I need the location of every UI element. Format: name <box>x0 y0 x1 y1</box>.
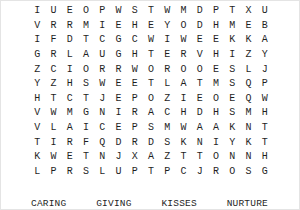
grid-cell[interactable]: Z <box>45 77 61 92</box>
grid-cell[interactable]: M <box>224 19 240 34</box>
grid-cell[interactable]: P <box>257 77 273 92</box>
grid-cell[interactable]: S <box>143 121 159 136</box>
grid-cell[interactable]: N <box>94 106 110 121</box>
grid-cell[interactable]: Z <box>240 48 256 63</box>
grid-cell[interactable]: K <box>224 33 240 48</box>
grid-cell[interactable]: R <box>94 62 110 77</box>
grid-cell[interactable]: I <box>78 121 94 136</box>
grid-cell[interactable]: S <box>224 77 240 92</box>
grid-cell[interactable]: C <box>94 33 110 48</box>
grid-cell[interactable]: S <box>78 77 94 92</box>
letter-grid: IUEOPWSTWMDPTXUVRRMIEHEYODHMEBIFDTCGCWIW… <box>29 4 273 179</box>
grid-cell[interactable]: A <box>143 150 159 165</box>
grid-cell[interactable]: R <box>45 48 61 63</box>
grid-cell[interactable]: D <box>192 19 208 34</box>
grid-cell[interactable]: L <box>159 77 175 92</box>
grid-cell[interactable]: H <box>257 150 273 165</box>
grid-cell[interactable]: H <box>257 106 273 121</box>
grid-cell[interactable]: I <box>29 33 45 48</box>
grid-cell[interactable]: E <box>208 33 224 48</box>
grid-cell[interactable]: M <box>78 19 94 34</box>
grid-cell[interactable]: N <box>240 150 256 165</box>
grid-cell[interactable]: I <box>224 48 240 63</box>
grid-cell[interactable]: T <box>143 4 159 19</box>
grid-cell[interactable]: F <box>78 135 94 150</box>
grid-cell[interactable]: W <box>175 121 191 136</box>
grid-cell[interactable]: I <box>29 4 45 19</box>
grid-cell[interactable]: J <box>94 91 110 106</box>
grid-cell[interactable]: L <box>29 164 45 179</box>
grid-cell[interactable]: H <box>29 91 45 106</box>
grid-cell[interactable]: K <box>29 150 45 165</box>
grid-cell[interactable]: R <box>175 48 191 63</box>
grid-cell[interactable]: R <box>127 106 143 121</box>
grid-cell[interactable]: G <box>110 33 126 48</box>
grid-cell[interactable]: O <box>208 91 224 106</box>
grid-cell[interactable]: F <box>45 33 61 48</box>
grid-cell[interactable]: S <box>240 164 256 179</box>
grid-cell[interactable]: H <box>62 77 78 92</box>
grid-cell[interactable]: L <box>62 48 78 63</box>
grid-cell[interactable]: M <box>159 121 175 136</box>
grid-cell[interactable]: M <box>240 106 256 121</box>
grid-cell[interactable]: W <box>159 4 175 19</box>
grid-cell[interactable]: C <box>62 91 78 106</box>
grid-cell[interactable]: V <box>192 48 208 63</box>
grid-cell[interactable]: N <box>240 121 256 136</box>
grid-cell[interactable]: O <box>192 62 208 77</box>
grid-cell[interactable]: O <box>175 62 191 77</box>
grid-cell[interactable]: E <box>110 77 126 92</box>
grid-cell[interactable]: P <box>45 164 61 179</box>
grid-cell[interactable]: S <box>224 62 240 77</box>
grid-cell[interactable]: X <box>127 150 143 165</box>
grid-cell[interactable]: T <box>224 4 240 19</box>
grid-cell[interactable]: T <box>257 135 273 150</box>
grid-cell[interactable]: U <box>94 48 110 63</box>
grid-cell[interactable]: P <box>94 4 110 19</box>
grid-cell[interactable]: T <box>143 77 159 92</box>
grid-cell[interactable]: A <box>78 48 94 63</box>
grid-cell[interactable]: G <box>257 164 273 179</box>
grid-cell[interactable]: G <box>29 48 45 63</box>
grid-cell[interactable]: M <box>208 77 224 92</box>
grid-cell[interactable]: E <box>192 91 208 106</box>
grid-cell[interactable]: W <box>175 33 191 48</box>
grid-cell[interactable]: R <box>127 135 143 150</box>
grid-cell[interactable]: W <box>45 150 61 165</box>
grid-cell[interactable]: S <box>224 106 240 121</box>
grid-cell[interactable]: M <box>175 4 191 19</box>
grid-cell[interactable]: N <box>192 135 208 150</box>
word-search-page: IUEOPWSTWMDPTXUVRRMIEHEYODHMEBIFDTCGCWIW… <box>0 0 300 210</box>
grid-cell[interactable]: E <box>62 150 78 165</box>
grid-cell[interactable]: R <box>62 135 78 150</box>
grid-cell[interactable]: J <box>192 164 208 179</box>
grid-cell[interactable]: H <box>175 106 191 121</box>
grid-cell[interactable]: I <box>159 33 175 48</box>
grid-cell[interactable]: O <box>143 62 159 77</box>
grid-cell[interactable]: O <box>78 62 94 77</box>
grid-cell[interactable]: N <box>94 150 110 165</box>
grid-cell[interactable]: T <box>45 91 61 106</box>
grid-cell[interactable]: S <box>78 164 94 179</box>
grid-cell[interactable]: Z <box>159 150 175 165</box>
grid-cell[interactable]: T <box>78 150 94 165</box>
grid-cell[interactable]: T <box>29 135 45 150</box>
grid-cell[interactable]: C <box>94 121 110 136</box>
grid-cell[interactable]: W <box>94 77 110 92</box>
grid-cell[interactable]: M <box>62 106 78 121</box>
grid-cell[interactable]: H <box>208 19 224 34</box>
grid-cell[interactable]: V <box>29 106 45 121</box>
grid-cell[interactable]: P <box>127 91 143 106</box>
grid-cell[interactable]: Z <box>159 91 175 106</box>
grid-cell[interactable]: H <box>127 48 143 63</box>
grid-cell[interactable]: R <box>62 164 78 179</box>
grid-cell[interactable]: T <box>143 164 159 179</box>
grid-cell[interactable]: Q <box>94 135 110 150</box>
grid-cell[interactable]: R <box>110 62 126 77</box>
grid-cell[interactable]: L <box>45 121 61 136</box>
grid-cell[interactable]: D <box>192 4 208 19</box>
grid-cell[interactable]: O <box>143 91 159 106</box>
grid-cell[interactable]: Z <box>29 62 45 77</box>
grid-cell[interactable]: O <box>78 4 94 19</box>
grid-cell[interactable]: P <box>127 121 143 136</box>
grid-cell[interactable]: O <box>175 19 191 34</box>
grid-cell[interactable]: W <box>45 106 61 121</box>
grid-cell[interactable]: T <box>192 77 208 92</box>
grid-cell[interactable]: K <box>224 121 240 136</box>
word-list-item: CARING <box>31 198 66 209</box>
grid-cell[interactable]: U <box>110 164 126 179</box>
grid-cell[interactable]: A <box>175 77 191 92</box>
grid-cell[interactable]: A <box>192 121 208 136</box>
grid-cell[interactable]: H <box>127 19 143 34</box>
grid-cell[interactable]: A <box>208 121 224 136</box>
grid-cell[interactable]: R <box>45 19 61 34</box>
grid-cell[interactable]: E <box>208 62 224 77</box>
grid-cell[interactable]: T <box>257 121 273 136</box>
grid-cell[interactable]: E <box>224 91 240 106</box>
grid-cell[interactable]: W <box>127 62 143 77</box>
grid-cell[interactable]: Q <box>240 91 256 106</box>
grid-cell[interactable]: R <box>159 62 175 77</box>
grid-cell[interactable]: E <box>192 33 208 48</box>
grid-cell[interactable]: A <box>62 121 78 136</box>
grid-cell[interactable]: J <box>257 62 273 77</box>
grid-cell[interactable]: W <box>110 4 126 19</box>
grid-cell[interactable]: E <box>143 19 159 34</box>
grid-cell[interactable]: D <box>143 135 159 150</box>
grid-cell[interactable]: L <box>94 164 110 179</box>
grid-cell[interactable]: Y <box>159 19 175 34</box>
grid-cell[interactable]: A <box>257 33 273 48</box>
grid-cell[interactable]: S <box>159 135 175 150</box>
grid-cell[interactable]: H <box>208 106 224 121</box>
grid-cell[interactable]: A <box>143 106 159 121</box>
word-list-item: KISSES <box>161 198 196 209</box>
grid-cell[interactable]: R <box>208 164 224 179</box>
grid-cell[interactable]: C <box>159 106 175 121</box>
grid-cell[interactable]: R <box>62 19 78 34</box>
grid-cell[interactable]: E <box>127 77 143 92</box>
grid-cell[interactable]: T <box>78 91 94 106</box>
word-list-item: NURTURE <box>227 198 268 209</box>
grid-cell[interactable]: K <box>240 33 256 48</box>
grid-cell[interactable]: V <box>29 19 45 34</box>
grid-cell[interactable]: I <box>45 135 61 150</box>
grid-cell[interactable]: G <box>110 48 126 63</box>
grid-cell[interactable]: T <box>143 48 159 63</box>
grid-cell[interactable]: Q <box>240 77 256 92</box>
grid-cell[interactable]: W <box>257 91 273 106</box>
grid-cell[interactable]: W <box>143 33 159 48</box>
grid-cell[interactable]: U <box>257 4 273 19</box>
grid-cell[interactable]: D <box>62 33 78 48</box>
grid-cell[interactable]: T <box>192 150 208 165</box>
grid-cell[interactable]: B <box>257 19 273 34</box>
word-list-item: GIVING <box>96 198 131 209</box>
grid-cell[interactable]: S <box>127 4 143 19</box>
word-list: CARINGGIVINGKISSESNURTURE <box>31 198 268 209</box>
grid-cell[interactable]: D <box>192 106 208 121</box>
grid-cell[interactable]: I <box>110 106 126 121</box>
grid-cell[interactable]: I <box>208 135 224 150</box>
grid-cell[interactable]: C <box>45 62 61 77</box>
grid-cell[interactable]: Y <box>257 48 273 63</box>
grid-cell[interactable]: I <box>94 19 110 34</box>
grid-cell[interactable]: C <box>127 33 143 48</box>
grid-cell[interactable]: O <box>208 150 224 165</box>
grid-cell[interactable]: C <box>175 164 191 179</box>
grid-cell[interactable]: P <box>127 164 143 179</box>
grid-cell[interactable]: E <box>240 19 256 34</box>
grid-cell[interactable]: E <box>159 48 175 63</box>
grid-cell[interactable]: Y <box>224 135 240 150</box>
grid-cell[interactable]: N <box>224 150 240 165</box>
grid-cell[interactable]: I <box>62 62 78 77</box>
grid-cell[interactable]: K <box>240 135 256 150</box>
grid-cell[interactable]: I <box>175 91 191 106</box>
grid-cell[interactable]: V <box>29 121 45 136</box>
grid-cell[interactable]: H <box>208 48 224 63</box>
grid-cell[interactable]: L <box>240 62 256 77</box>
grid-cell[interactable]: D <box>110 135 126 150</box>
grid-cell[interactable]: P <box>208 4 224 19</box>
grid-cell[interactable]: G <box>78 106 94 121</box>
grid-cell[interactable]: U <box>45 4 61 19</box>
grid-cell[interactable]: T <box>175 150 191 165</box>
grid-cell[interactable]: J <box>110 150 126 165</box>
grid-cell[interactable]: E <box>110 91 126 106</box>
grid-cell[interactable]: E <box>62 4 78 19</box>
grid-cell[interactable]: E <box>110 19 126 34</box>
grid-cell[interactable]: P <box>159 164 175 179</box>
grid-cell[interactable]: X <box>240 4 256 19</box>
grid-cell[interactable]: Y <box>29 77 45 92</box>
grid-cell[interactable]: K <box>175 135 191 150</box>
grid-cell[interactable]: T <box>78 33 94 48</box>
grid-cell[interactable]: E <box>110 121 126 136</box>
grid-cell[interactable]: O <box>224 164 240 179</box>
